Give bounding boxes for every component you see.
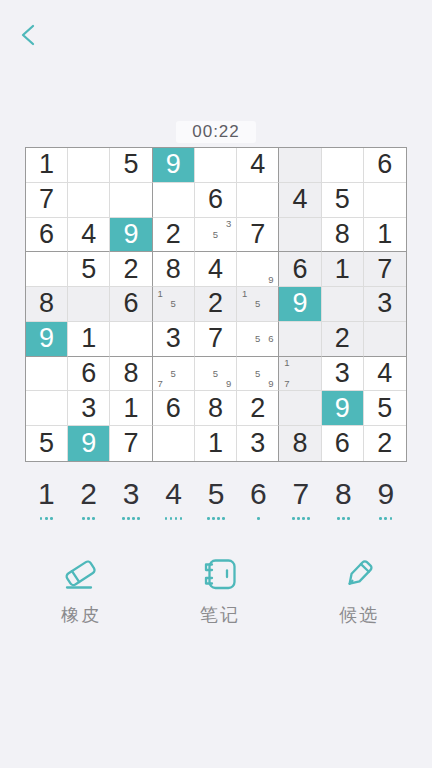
count-dot [50,517,53,520]
count-dot [342,517,345,520]
eraser-label: 橡皮 [61,603,101,627]
cell-digit: 3 [377,290,392,317]
numpad-digit: 4 [165,479,182,509]
cell-r8c2[interactable]: 3 [68,391,110,426]
cell-r9c8[interactable]: 6 [322,426,364,461]
cell-digit: 7 [39,186,54,213]
count-dot [217,517,220,520]
cell-r8c8[interactable]: 9 [322,391,364,426]
cell-r1c8[interactable] [322,148,364,183]
numpad-digit: 5 [208,479,225,509]
cell-r7c1[interactable] [26,357,68,392]
pencil-mark: 6 [264,333,277,344]
pencil-marks: 15 [154,288,193,320]
pencil-mark: 5 [167,368,180,379]
toolbar: 橡皮 笔记 候选 [61,554,379,627]
cell-r6c1[interactable]: 9 [26,322,68,357]
cell-digit: 6 [124,290,139,317]
count-dot [180,517,183,520]
cell-r5c2[interactable] [68,287,110,322]
pencil-mark: 9 [264,379,277,390]
cell-r4c7[interactable]: 6 [279,252,321,287]
numpad-2[interactable]: 2 [67,479,109,520]
cell-r3c3[interactable]: 9 [110,218,152,253]
cell-r8c1[interactable] [26,391,68,426]
cell-r8c9[interactable]: 5 [364,391,406,426]
remaining-count-dots [337,517,350,520]
cell-digit: 6 [39,221,54,248]
cell-digit: 7 [377,256,392,283]
count-dot [137,517,140,520]
numpad-8[interactable]: 8 [322,479,364,520]
count-dot [337,517,340,520]
cell-digit: 5 [81,256,96,283]
cell-r9c7[interactable]: 8 [279,426,321,461]
cell-digit: 9 [124,221,139,248]
count-dot [122,517,125,520]
numpad-6[interactable]: 6 [237,479,279,520]
cell-digit: 4 [208,256,223,283]
cell-r7c6[interactable]: 59 [237,357,279,392]
number-pad: 123456789 [25,479,407,520]
cell-digit: 4 [377,360,392,387]
pencil-mark: 5 [209,229,222,240]
cell-digit: 8 [166,256,181,283]
cell-r2c3[interactable] [110,183,152,218]
cell-digit: 5 [39,430,54,457]
cell-r5c8[interactable] [322,287,364,322]
pencil-mark: 7 [154,379,167,390]
cell-digit: 9 [81,430,96,457]
cell-r3c7[interactable] [279,218,321,253]
cell-r4c2[interactable]: 5 [68,252,110,287]
numpad-digit: 9 [377,479,394,509]
cell-digit: 6 [81,360,96,387]
pencil-marks: 57 [154,358,193,390]
cell-digit: 7 [124,430,139,457]
cell-r4c3[interactable]: 2 [110,252,152,287]
cell-r7c9[interactable]: 4 [364,357,406,392]
cell-r2c7[interactable]: 4 [279,183,321,218]
cell-digit: 1 [335,256,350,283]
cell-r9c9[interactable]: 2 [364,426,406,461]
pencil-mark: 5 [209,368,222,379]
cell-digit: 1 [81,325,96,352]
cell-digit: 8 [208,395,223,422]
pencil-mark: 3 [222,219,235,230]
pencil-mark: 9 [264,275,277,286]
numpad-digit: 7 [293,479,310,509]
cell-digit: 8 [124,360,139,387]
cell-r3c8[interactable]: 8 [322,218,364,253]
cell-r9c2[interactable]: 9 [68,426,110,461]
cell-digit: 7 [250,221,265,248]
cell-digit: 4 [81,221,96,248]
cell-r1c7[interactable] [279,148,321,183]
cell-digit: 2 [335,325,350,352]
pencil-mark: 7 [280,379,293,390]
pencil-marks: 35 [196,219,235,251]
remaining-count-dots [207,517,225,520]
chevron-left-icon [16,22,42,48]
numpad-4[interactable]: 4 [152,479,194,520]
count-dot [347,517,350,520]
cell-r5c7[interactable]: 9 [279,287,321,322]
sudoku-grid: 1594676456492357815284961786152159391375… [25,147,407,462]
cell-r4c9[interactable]: 7 [364,252,406,287]
pencil-marks: 15 [238,288,277,320]
count-dot [92,517,95,520]
cell-r7c3[interactable]: 8 [110,357,152,392]
cell-r3c4[interactable]: 2 [153,218,195,253]
cell-r7c7[interactable]: 17 [279,357,321,392]
numpad-5[interactable]: 5 [195,479,237,520]
count-dot [175,517,178,520]
cell-r9c4[interactable] [153,426,195,461]
candidates-button[interactable]: 候选 [339,554,379,627]
cell-r1c3[interactable]: 5 [110,148,152,183]
count-dot [127,517,130,520]
remaining-count-dots [122,517,140,520]
cell-r4c8[interactable]: 1 [322,252,364,287]
count-dot [222,517,225,520]
cell-r8c3[interactable]: 1 [110,391,152,426]
cell-digit: 2 [166,221,181,248]
pencil-mark: 9 [222,379,235,390]
pencil-marks: 59 [196,358,235,390]
cell-r7c8[interactable]: 3 [322,357,364,392]
numpad-digit: 8 [335,479,352,509]
eraser-icon [61,554,101,594]
cell-r9c3[interactable]: 7 [110,426,152,461]
pencil-marks: 59 [238,358,277,390]
remaining-count-dots [292,517,310,520]
count-dot [257,517,260,520]
pencil-mark: 1 [238,288,251,299]
cell-r2c6[interactable] [237,183,279,218]
count-dot [165,517,168,520]
numpad-7[interactable]: 7 [280,479,322,520]
count-dot [45,517,48,520]
cell-r2c4[interactable] [153,183,195,218]
cell-r1c9[interactable]: 6 [364,148,406,183]
pencil-marks: 56 [238,323,277,355]
cell-r5c6[interactable]: 15 [237,287,279,322]
cell-r5c4[interactable]: 15 [153,287,195,322]
count-dot [302,517,305,520]
cell-r4c1[interactable] [26,252,68,287]
cell-r6c7[interactable] [279,322,321,357]
count-dot [379,517,382,520]
cell-r8c4[interactable]: 6 [153,391,195,426]
cell-r3c6[interactable]: 7 [237,218,279,253]
cell-r1c5[interactable] [195,148,237,183]
cell-digit: 9 [292,290,307,317]
cell-r3c1[interactable]: 6 [26,218,68,253]
cell-r1c4[interactable]: 9 [153,148,195,183]
count-dot [307,517,310,520]
count-dot [212,517,215,520]
cell-digit: 2 [250,395,265,422]
cell-digit: 5 [335,186,350,213]
numpad-9[interactable]: 9 [365,479,407,520]
remaining-count-dots [40,517,53,520]
pencil-mark: 5 [167,299,180,310]
cell-r6c8[interactable]: 2 [322,322,364,357]
cell-digit: 8 [335,221,350,248]
cell-r9c5[interactable]: 1 [195,426,237,461]
cell-digit: 1 [377,221,392,248]
pencil-mark: 1 [154,288,167,299]
count-dot [297,517,300,520]
pencil-icon [339,554,379,594]
pencil-mark: 5 [251,368,264,379]
numpad-digit: 1 [38,479,55,509]
remaining-count-dots [257,517,260,520]
cell-digit: 9 [166,151,181,178]
cell-digit: 6 [335,430,350,457]
numpad-digit: 3 [123,479,140,509]
count-dot [132,517,135,520]
cell-digit: 1 [39,151,54,178]
eraser-button[interactable]: 橡皮 [61,554,101,627]
count-dot [384,517,387,520]
cell-digit: 5 [124,151,139,178]
pencil-mark: 5 [251,333,264,344]
cell-r5c9[interactable]: 3 [364,287,406,322]
timer-wrap: 00:22 [0,121,432,143]
numpad-1[interactable]: 1 [25,479,67,520]
cell-digit: 4 [292,186,307,213]
cell-digit: 1 [208,430,223,457]
count-dot [87,517,90,520]
candidates-label: 候选 [339,603,379,627]
cell-digit: 3 [250,430,265,457]
pencil-marks: 17 [280,358,319,390]
notebook-icon [200,554,240,594]
cell-digit: 3 [81,395,96,422]
numpad-digit: 2 [80,479,97,509]
back-button[interactable] [12,18,46,52]
cell-digit: 6 [292,256,307,283]
cell-r5c3[interactable]: 6 [110,287,152,322]
cell-digit: 2 [124,256,139,283]
cell-digit: 1 [124,395,139,422]
cell-r7c2[interactable]: 6 [68,357,110,392]
count-dot [390,517,393,520]
cell-r2c8[interactable]: 5 [322,183,364,218]
numpad-3[interactable]: 3 [110,479,152,520]
numpad-digit: 6 [250,479,267,509]
cell-digit: 6 [377,151,392,178]
cell-r9c6[interactable]: 3 [237,426,279,461]
cell-digit: 4 [250,151,265,178]
cell-r4c4[interactable]: 8 [153,252,195,287]
game-timer: 00:22 [176,121,256,143]
cell-r6c2[interactable]: 1 [68,322,110,357]
remaining-count-dots [379,517,392,520]
cell-r2c9[interactable] [364,183,406,218]
cell-digit: 2 [377,430,392,457]
cell-r2c5[interactable]: 6 [195,183,237,218]
cell-r5c5[interactable]: 2 [195,287,237,322]
cell-r6c5[interactable]: 7 [195,322,237,357]
cell-r1c1[interactable]: 1 [26,148,68,183]
cell-r2c1[interactable]: 7 [26,183,68,218]
cell-r3c9[interactable]: 1 [364,218,406,253]
count-dot [40,517,43,520]
remaining-count-dots [82,517,95,520]
cell-r6c9[interactable] [364,322,406,357]
cell-digit: 3 [166,325,181,352]
count-dot [292,517,295,520]
notes-label: 笔记 [200,603,240,627]
cell-r5c1[interactable]: 8 [26,287,68,322]
count-dot [207,517,210,520]
cell-digit: 2 [208,290,223,317]
cell-r4c6[interactable]: 9 [237,252,279,287]
count-dot [82,517,85,520]
cell-r8c5[interactable]: 8 [195,391,237,426]
cell-digit: 7 [208,325,223,352]
count-dot [170,517,173,520]
cell-digit: 9 [39,325,54,352]
cell-digit: 6 [166,395,181,422]
cell-digit: 6 [208,186,223,213]
cell-digit: 8 [292,430,307,457]
cell-r6c3[interactable] [110,322,152,357]
pencil-mark: 1 [280,358,293,369]
cell-r6c4[interactable]: 3 [153,322,195,357]
cell-digit: 3 [335,360,350,387]
notes-button[interactable]: 笔记 [200,554,240,627]
cell-digit: 8 [39,290,54,317]
cell-r7c5[interactable]: 59 [195,357,237,392]
cell-r1c6[interactable]: 4 [237,148,279,183]
cell-r3c5[interactable]: 35 [195,218,237,253]
cell-r9c1[interactable]: 5 [26,426,68,461]
cell-r6c6[interactable]: 56 [237,322,279,357]
pencil-mark: 5 [251,299,264,310]
cell-r4c5[interactable]: 4 [195,252,237,287]
cell-r3c2[interactable]: 4 [68,218,110,253]
cell-digit: 9 [335,395,350,422]
pencil-marks: 9 [238,253,277,285]
cell-r1c2[interactable] [68,148,110,183]
cell-r2c2[interactable] [68,183,110,218]
cell-digit: 5 [377,395,392,422]
cell-r8c6[interactable]: 2 [237,391,279,426]
cell-r7c4[interactable]: 57 [153,357,195,392]
remaining-count-dots [165,517,183,520]
cell-r8c7[interactable] [279,391,321,426]
